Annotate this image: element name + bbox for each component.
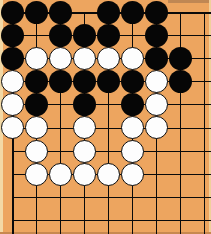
point-c1-r3[interactable] xyxy=(1,47,25,70)
point-c1-r10[interactable] xyxy=(1,209,25,232)
white-stone xyxy=(145,116,168,139)
point-c6-r7[interactable] xyxy=(120,140,144,163)
point-c7-r6[interactable] xyxy=(144,116,168,139)
point-c1-r2[interactable] xyxy=(1,24,25,47)
white-stone xyxy=(1,116,24,139)
point-c9-r3[interactable] xyxy=(192,47,211,70)
white-stone xyxy=(73,47,96,70)
black-stone xyxy=(25,70,48,93)
point-c2-r8[interactable] xyxy=(25,163,49,186)
white-stone xyxy=(121,163,144,186)
black-stone xyxy=(145,1,168,24)
point-c9-r8[interactable] xyxy=(192,163,211,186)
point-c6-r10[interactable] xyxy=(120,209,144,232)
white-stone xyxy=(49,47,72,70)
point-c7-r3[interactable] xyxy=(144,47,168,70)
point-c9-r5[interactable] xyxy=(192,93,211,116)
black-stone xyxy=(25,93,48,116)
point-c7-r10[interactable] xyxy=(144,209,168,232)
white-stone xyxy=(25,47,48,70)
point-c6-r3[interactable] xyxy=(120,47,144,70)
point-c2-r3[interactable] xyxy=(25,47,49,70)
point-c5-r9[interactable] xyxy=(97,186,121,209)
point-c9-r1[interactable] xyxy=(192,1,211,24)
point-c7-r4[interactable] xyxy=(144,70,168,93)
point-c4-r5[interactable] xyxy=(73,93,97,116)
point-c5-r4[interactable] xyxy=(97,70,121,93)
point-c5-r5[interactable] xyxy=(97,93,121,116)
point-c5-r6[interactable] xyxy=(97,116,121,139)
white-stone xyxy=(1,70,24,93)
point-c8-r7[interactable] xyxy=(168,140,192,163)
black-stone xyxy=(49,70,72,93)
point-c8-r10[interactable] xyxy=(168,209,192,232)
white-stone xyxy=(145,70,168,93)
point-c5-r3[interactable] xyxy=(97,47,121,70)
black-stone xyxy=(97,1,120,24)
point-c2-r1[interactable] xyxy=(25,1,49,24)
point-c2-r5[interactable] xyxy=(25,93,49,116)
point-c3-r5[interactable] xyxy=(49,93,73,116)
point-c7-r9[interactable] xyxy=(144,186,168,209)
point-c8-r1[interactable] xyxy=(168,1,192,24)
point-c1-r4[interactable] xyxy=(1,70,25,93)
point-c3-r6[interactable] xyxy=(49,116,73,139)
black-stone xyxy=(1,47,24,70)
point-c7-r5[interactable] xyxy=(144,93,168,116)
point-c6-r2[interactable] xyxy=(120,24,144,47)
point-c8-r3[interactable] xyxy=(168,47,192,70)
white-stone xyxy=(73,163,96,186)
white-stone xyxy=(25,116,48,139)
black-stone xyxy=(73,24,96,47)
point-c6-r9[interactable] xyxy=(120,186,144,209)
white-stone xyxy=(121,116,144,139)
point-c1-r6[interactable] xyxy=(1,116,25,139)
point-c2-r10[interactable] xyxy=(25,209,49,232)
point-c4-r7[interactable] xyxy=(73,140,97,163)
point-c8-r2[interactable] xyxy=(168,24,192,47)
white-stone xyxy=(121,140,144,163)
point-c7-r2[interactable] xyxy=(144,24,168,47)
point-c2-r7[interactable] xyxy=(25,140,49,163)
white-stone xyxy=(97,47,120,70)
point-c6-r6[interactable] xyxy=(120,116,144,139)
point-c3-r2[interactable] xyxy=(49,24,73,47)
point-c3-r4[interactable] xyxy=(49,70,73,93)
white-stone xyxy=(1,93,24,116)
point-c1-r5[interactable] xyxy=(1,93,25,116)
black-stone xyxy=(169,47,192,70)
point-c1-r7[interactable] xyxy=(1,140,25,163)
black-stone xyxy=(145,47,168,70)
white-stone xyxy=(73,140,96,163)
point-c9-r7[interactable] xyxy=(192,140,211,163)
black-stone xyxy=(97,24,120,47)
point-c2-r6[interactable] xyxy=(25,116,49,139)
black-stone xyxy=(25,1,48,24)
point-c5-r8[interactable] xyxy=(97,163,121,186)
point-c6-r4[interactable] xyxy=(120,70,144,93)
point-c4-r9[interactable] xyxy=(73,186,97,209)
black-stone xyxy=(145,24,168,47)
point-c3-r8[interactable] xyxy=(49,163,73,186)
point-c3-r7[interactable] xyxy=(49,140,73,163)
point-c5-r2[interactable] xyxy=(97,24,121,47)
point-c6-r1[interactable] xyxy=(120,1,144,24)
point-c9-r6[interactable] xyxy=(192,116,211,139)
black-stone xyxy=(73,93,96,116)
point-c1-r9[interactable] xyxy=(1,186,25,209)
point-c7-r8[interactable] xyxy=(144,163,168,186)
point-c5-r7[interactable] xyxy=(97,140,121,163)
point-c4-r8[interactable] xyxy=(73,163,97,186)
black-stone xyxy=(121,93,144,116)
intersections-grid xyxy=(1,1,211,232)
point-c1-r1[interactable] xyxy=(1,1,25,24)
point-c5-r10[interactable] xyxy=(97,209,121,232)
point-c2-r2[interactable] xyxy=(25,24,49,47)
point-c8-r5[interactable] xyxy=(168,93,192,116)
point-c5-r1[interactable] xyxy=(97,1,121,24)
point-c9-r9[interactable] xyxy=(192,186,211,209)
point-c4-r4[interactable] xyxy=(73,70,97,93)
point-c1-r8[interactable] xyxy=(1,163,25,186)
black-stone xyxy=(73,70,96,93)
black-stone xyxy=(1,24,24,47)
black-stone xyxy=(121,1,144,24)
point-c8-r6[interactable] xyxy=(168,116,192,139)
point-c8-r4[interactable] xyxy=(168,70,192,93)
black-stone xyxy=(169,70,192,93)
point-c6-r8[interactable] xyxy=(120,163,144,186)
white-stone xyxy=(25,140,48,163)
go-board xyxy=(0,0,211,234)
point-c9-r4[interactable] xyxy=(192,70,211,93)
point-c9-r10[interactable] xyxy=(192,209,211,232)
white-stone xyxy=(25,163,48,186)
point-c2-r4[interactable] xyxy=(25,70,49,93)
point-c7-r1[interactable] xyxy=(144,1,168,24)
point-c4-r10[interactable] xyxy=(73,209,97,232)
black-stone xyxy=(97,70,120,93)
point-c3-r9[interactable] xyxy=(49,186,73,209)
black-stone xyxy=(121,70,144,93)
black-stone xyxy=(49,1,72,24)
white-stone xyxy=(97,163,120,186)
point-c9-r2[interactable] xyxy=(192,24,211,47)
point-c8-r9[interactable] xyxy=(168,186,192,209)
black-stone xyxy=(49,24,72,47)
white-stone xyxy=(49,163,72,186)
white-stone xyxy=(145,93,168,116)
point-c7-r7[interactable] xyxy=(144,140,168,163)
point-c2-r9[interactable] xyxy=(25,186,49,209)
point-c4-r6[interactable] xyxy=(73,116,97,139)
point-c3-r3[interactable] xyxy=(49,47,73,70)
point-c4-r1[interactable] xyxy=(73,1,97,24)
point-c4-r2[interactable] xyxy=(73,24,97,47)
point-c6-r5[interactable] xyxy=(120,93,144,116)
point-c3-r10[interactable] xyxy=(49,209,73,232)
point-c4-r3[interactable] xyxy=(73,47,97,70)
black-stone xyxy=(1,1,24,24)
point-c8-r8[interactable] xyxy=(168,163,192,186)
white-stone xyxy=(121,47,144,70)
white-stone xyxy=(73,116,96,139)
point-c3-r1[interactable] xyxy=(49,1,73,24)
